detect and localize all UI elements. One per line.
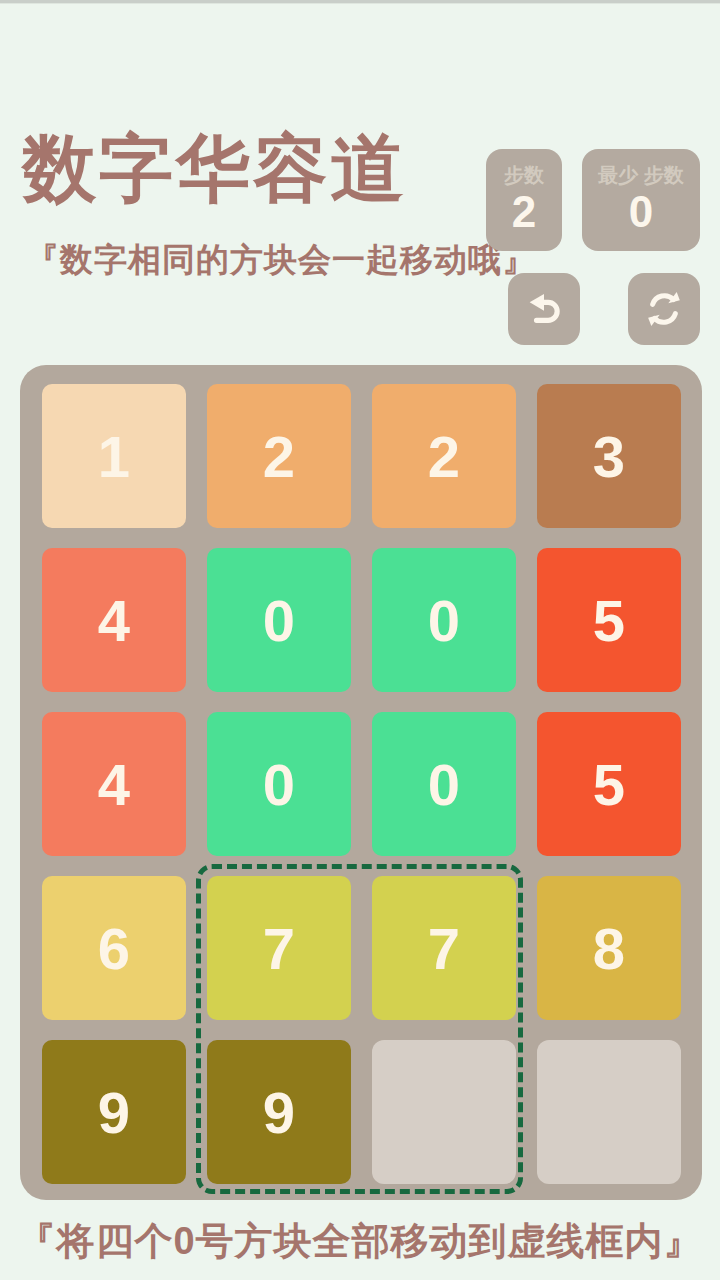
tile-4-r3c1[interactable]: 4	[42, 712, 186, 856]
tile-5-r2c4[interactable]: 5	[537, 548, 681, 692]
tile-2-r1c3[interactable]: 2	[372, 384, 516, 528]
steps-counter: 步数 2	[486, 149, 562, 251]
min-steps-value: 0	[629, 187, 653, 238]
tile-9-r5c1[interactable]: 9	[42, 1040, 186, 1184]
min-steps-label: 最少 步数	[598, 163, 684, 187]
tile-6-r4c1[interactable]: 6	[42, 876, 186, 1020]
steps-label: 步数	[504, 163, 544, 187]
status-bar-divider	[0, 0, 720, 4]
undo-button[interactable]	[508, 273, 580, 345]
restart-icon	[644, 289, 684, 329]
goal-instruction: 『将四个0号方块全部移动到虚线框内』	[0, 1216, 720, 1267]
tile-3-r1c4[interactable]: 3	[537, 384, 681, 528]
tile-0-r2c2[interactable]: 0	[207, 548, 351, 692]
board-grid: 122340054005677899	[42, 384, 681, 1184]
page-title: 数字华容道	[22, 128, 407, 209]
hint-subtitle: 『数字相同的方块会一起移动哦』	[26, 238, 536, 283]
tile-0-r3c2[interactable]: 0	[207, 712, 351, 856]
tile-0-r3c3[interactable]: 0	[372, 712, 516, 856]
tile-7-r4c3[interactable]: 7	[372, 876, 516, 1020]
tile-1-r1c1[interactable]: 1	[42, 384, 186, 528]
min-steps-counter: 最少 步数 0	[582, 149, 700, 251]
empty-cell-r5c4	[537, 1040, 681, 1184]
restart-button[interactable]	[628, 273, 700, 345]
steps-value: 2	[512, 187, 536, 238]
tile-5-r3c4[interactable]: 5	[537, 712, 681, 856]
tile-7-r4c2[interactable]: 7	[207, 876, 351, 1020]
tile-9-r5c2[interactable]: 9	[207, 1040, 351, 1184]
tile-0-r2c3[interactable]: 0	[372, 548, 516, 692]
puzzle-board: 122340054005677899	[20, 365, 702, 1200]
tile-4-r2c1[interactable]: 4	[42, 548, 186, 692]
undo-icon	[524, 289, 564, 329]
tile-8-r4c4[interactable]: 8	[537, 876, 681, 1020]
tile-2-r1c2[interactable]: 2	[207, 384, 351, 528]
empty-cell-r5c3	[372, 1040, 516, 1184]
